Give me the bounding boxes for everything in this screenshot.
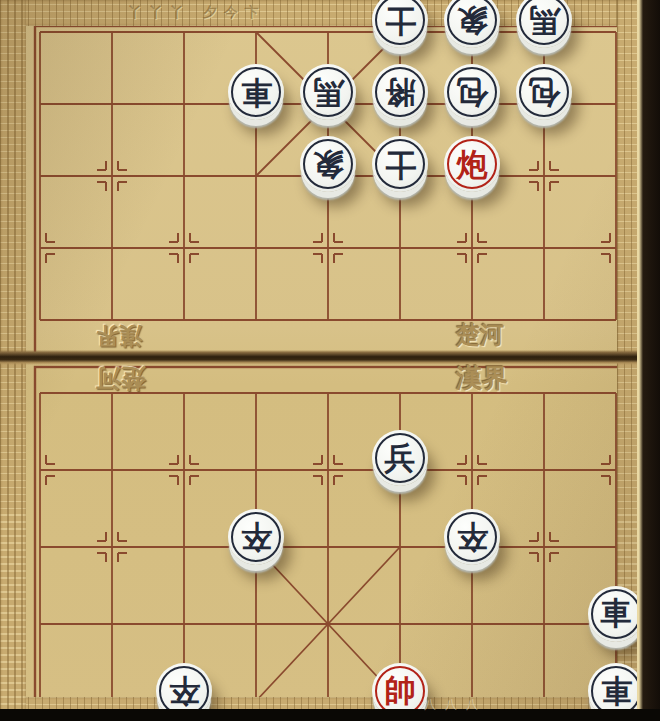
piece-character: 兵 [385,443,416,474]
piece-character: 馬 [313,77,344,108]
piece-disc: 士 [372,0,428,48]
piece-black-soldier[interactable]: 卒 [444,509,500,565]
piece-disc: 象 [300,136,356,192]
piece-character: 帥 [385,675,416,706]
piece-character: 士 [385,149,416,180]
piece-character: 將 [385,77,416,108]
piece-disc: 車 [228,64,284,120]
piece-black-advisor[interactable]: 士 [372,136,428,192]
piece-disc: 包 [516,64,572,120]
piece-character: 卒 [241,521,272,552]
piece-disc: 炮 [444,136,500,192]
table-surface-bottom [0,709,660,721]
piece-disc: 馬 [516,0,572,48]
piece-character: 車 [601,675,632,706]
piece-character: 車 [601,598,632,629]
piece-black-elephant[interactable]: 象 [444,0,500,48]
piece-character: 馬 [529,5,560,36]
piece-character: 卒 [457,521,488,552]
piece-character: 象 [313,149,344,180]
piece-disc: 車 [588,586,644,642]
xiangqi-board: 丫丫丫 夕今卞 漢界 楚河 楚河 漢界 士象馬車馬將包包象士炮兵卒卒車卒帥車 [0,0,640,712]
piece-disc: 卒 [444,509,500,565]
piece-black-general[interactable]: 將 [372,64,428,120]
piece-black-chariot[interactable]: 車 [228,64,284,120]
piece-character: 車 [241,77,272,108]
photo-scene: 丫丫丫 夕今卞 漢界 楚河 楚河 漢界 士象馬車馬將包包象士炮兵卒卒車卒帥車 八… [0,0,660,721]
piece-black-horse[interactable]: 馬 [516,0,572,48]
piece-disc: 卒 [228,509,284,565]
piece-character: 士 [385,5,416,36]
piece-black-horse[interactable]: 馬 [300,64,356,120]
piece-character: 包 [529,77,560,108]
piece-black-elephant[interactable]: 象 [300,136,356,192]
piece-character: 象 [457,5,488,36]
piece-disc: 馬 [300,64,356,120]
piece-black-cannon[interactable]: 包 [516,64,572,120]
piece-red-soldier[interactable]: 兵 [372,430,428,486]
piece-black-advisor[interactable]: 士 [372,0,428,48]
piece-red-cannon[interactable]: 炮 [444,136,500,192]
piece-disc: 包 [444,64,500,120]
piece-disc: 士 [372,136,428,192]
board-fold-line [0,350,640,365]
table-surface-right [637,0,660,721]
piece-character: 炮 [457,149,488,180]
piece-character: 包 [457,77,488,108]
piece-character: 卒 [169,675,200,706]
piece-disc: 兵 [372,430,428,486]
piece-black-cannon[interactable]: 包 [444,64,500,120]
piece-disc: 象 [444,0,500,48]
piece-black-soldier[interactable]: 卒 [228,509,284,565]
piece-red-chariot[interactable]: 車 [588,586,644,642]
piece-disc: 將 [372,64,428,120]
